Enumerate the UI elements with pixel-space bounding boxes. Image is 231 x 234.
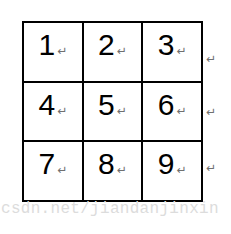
cell-number: 5: [98, 90, 115, 120]
grid-cell-r2c1[interactable]: 8 ↵: [84, 142, 142, 200]
cell-number: 3: [158, 30, 175, 60]
line-break-icon: ↵: [57, 45, 67, 57]
grid-cell-r2c2[interactable]: 9 ↵: [143, 142, 201, 200]
cell-number: 1: [38, 30, 55, 60]
row-end-mark-icon: ↵: [206, 162, 216, 174]
line-break-icon: ↵: [117, 164, 127, 176]
watermark-text: csdn.net/jiandanjinxin: [1, 201, 219, 218]
cell-number: 4: [38, 90, 55, 120]
line-break-icon: ↵: [176, 45, 186, 57]
row-end-mark-icon: ↵: [206, 53, 216, 65]
grid-cell-r1c1[interactable]: 5 ↵: [84, 83, 142, 141]
cell-number: 6: [158, 90, 175, 120]
grid-cell-r1c0[interactable]: 4 ↵: [24, 83, 82, 141]
line-break-icon: ↵: [117, 105, 127, 117]
document-page: 1 ↵ 2 ↵ 3 ↵ 4 ↵ 5 ↵ 6 ↵ 7 ↵ 8 ↵: [0, 0, 231, 234]
cell-number: 7: [38, 149, 55, 179]
line-break-icon: ↵: [176, 105, 186, 117]
cell-number: 8: [98, 149, 115, 179]
cell-number: 2: [98, 30, 115, 60]
number-grid-table: 1 ↵ 2 ↵ 3 ↵ 4 ↵ 5 ↵ 6 ↵ 7 ↵ 8 ↵: [22, 21, 203, 202]
cell-number: 9: [158, 149, 175, 179]
grid-cell-r1c2[interactable]: 6 ↵: [143, 83, 201, 141]
line-break-icon: ↵: [176, 164, 186, 176]
row-end-mark-icon: ↵: [206, 106, 216, 118]
line-break-icon: ↵: [117, 45, 127, 57]
grid-cell-r2c0[interactable]: 7 ↵: [24, 142, 82, 200]
grid-cell-r0c2[interactable]: 3 ↵: [143, 23, 201, 81]
grid-cell-r0c1[interactable]: 2 ↵: [84, 23, 142, 81]
line-break-icon: ↵: [57, 105, 67, 117]
grid-cell-r0c0[interactable]: 1 ↵: [24, 23, 82, 81]
line-break-icon: ↵: [57, 164, 67, 176]
